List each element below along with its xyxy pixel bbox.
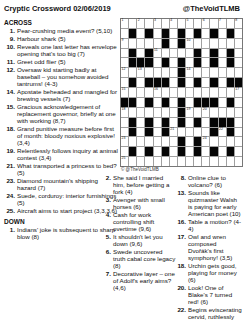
white-cell[interactable]: 1 bbox=[121, 19, 128, 28]
clue-text: Reveals one last letter has envelope ope… bbox=[17, 43, 118, 57]
white-cell[interactable] bbox=[137, 49, 144, 58]
white-cell[interactable] bbox=[194, 128, 201, 137]
white-cell[interactable] bbox=[186, 128, 193, 137]
white-cell[interactable] bbox=[162, 19, 169, 28]
white-cell[interactable] bbox=[227, 68, 234, 77]
black-cell bbox=[121, 98, 128, 107]
black-cell bbox=[145, 98, 152, 107]
clue-down-3: 3.Avenger with small horses (6) bbox=[103, 196, 176, 210]
clue-number: 10 bbox=[187, 39, 191, 43]
clue-text: Pear-crushing media event? (5,10) bbox=[17, 27, 118, 34]
clue-list-number: 12. bbox=[4, 66, 15, 87]
black-cell bbox=[162, 39, 169, 48]
white-cell[interactable] bbox=[235, 29, 242, 38]
white-cell[interactable] bbox=[202, 147, 209, 156]
white-cell[interactable] bbox=[210, 39, 217, 48]
clue-number: 15 bbox=[122, 88, 126, 92]
page-title: Cryptic Crossword 02/06/2019 bbox=[4, 4, 111, 13]
clue-down-18: 18.Urchin gets good, playing for money (… bbox=[177, 262, 242, 283]
clue-down-5: 5.It shouldn't let you down (9,6) bbox=[103, 233, 176, 247]
clue-number: 4 bbox=[170, 19, 172, 23]
white-cell[interactable] bbox=[154, 58, 161, 67]
clue-list-number: 24. bbox=[4, 192, 15, 206]
clue-down-8: 8.Online clue to volcano? (6) bbox=[177, 174, 242, 188]
clue-across-12: 12.Oversaw kid starting badly at basebal… bbox=[4, 66, 118, 87]
clue-text: Grand punitive measure before first of m… bbox=[17, 125, 118, 146]
white-cell[interactable] bbox=[210, 19, 217, 28]
black-cell bbox=[178, 147, 185, 156]
down-heading: DOWN bbox=[4, 218, 118, 225]
clue-down-16: 16.Table a motion? (4-4) bbox=[177, 218, 242, 232]
black-cell bbox=[145, 147, 152, 156]
clue-text: Oversaw kid starting badly at baseball –… bbox=[17, 66, 118, 87]
white-cell[interactable] bbox=[235, 49, 242, 58]
clue-across-11: 11.Greet odd flier (5) bbox=[4, 58, 118, 65]
white-cell[interactable] bbox=[154, 137, 161, 146]
clue-text: Table a motion? (4-4) bbox=[188, 218, 242, 232]
clue-text: Urchin gets good, playing for money (6) bbox=[188, 262, 242, 283]
white-cell[interactable] bbox=[154, 68, 161, 77]
clue-text: Look! One of Blake's 7 turned red! (6) bbox=[188, 284, 242, 305]
clue-number: 14 bbox=[187, 68, 191, 72]
white-cell[interactable] bbox=[186, 78, 193, 87]
white-cell[interactable] bbox=[219, 49, 226, 58]
black-cell bbox=[129, 98, 136, 107]
white-cell[interactable] bbox=[137, 29, 144, 38]
clue-down-22: 22.Begins eviscerating cervid, ruthlessl… bbox=[177, 306, 242, 320]
white-cell[interactable] bbox=[210, 108, 217, 117]
white-cell[interactable]: 7 bbox=[219, 19, 226, 28]
clue-number: 13 bbox=[138, 68, 142, 72]
black-cell bbox=[219, 118, 226, 127]
white-cell[interactable] bbox=[129, 88, 136, 97]
clue-list-number: 13. bbox=[177, 189, 186, 217]
copyright-note: © @TheVoidTLMB bbox=[121, 167, 159, 172]
clue-down-1: 1.Indians' joke is subsequent to sharp b… bbox=[4, 226, 118, 240]
black-cell bbox=[210, 78, 217, 87]
white-cell[interactable] bbox=[219, 39, 226, 48]
clue-list-number: 16. bbox=[177, 218, 186, 232]
white-cell[interactable]: 21 bbox=[170, 128, 177, 137]
black-cell bbox=[194, 78, 201, 87]
white-cell[interactable] bbox=[194, 39, 201, 48]
white-cell[interactable] bbox=[186, 118, 193, 127]
black-cell bbox=[227, 118, 234, 127]
white-cell[interactable] bbox=[121, 49, 128, 58]
white-cell[interactable] bbox=[145, 108, 152, 117]
white-cell[interactable] bbox=[121, 29, 128, 38]
clue-number: 18 bbox=[122, 108, 126, 112]
white-cell[interactable]: 6 bbox=[202, 19, 209, 28]
white-cell[interactable] bbox=[154, 147, 161, 156]
black-cell bbox=[129, 58, 136, 67]
white-cell[interactable] bbox=[235, 39, 242, 48]
white-cell[interactable] bbox=[186, 49, 193, 58]
black-cell bbox=[145, 49, 152, 58]
white-cell[interactable] bbox=[202, 88, 209, 97]
white-cell[interactable] bbox=[219, 137, 226, 146]
black-cell bbox=[129, 78, 136, 87]
clue-number: 12 bbox=[122, 68, 126, 72]
clue-number: 5 bbox=[187, 19, 189, 23]
white-cell[interactable] bbox=[154, 108, 161, 117]
clue-text: Relentlessly follows inquiry at animal c… bbox=[17, 147, 118, 161]
white-cell[interactable]: 10 bbox=[186, 39, 193, 48]
black-cell bbox=[162, 58, 169, 67]
clue-number: 1 bbox=[122, 19, 124, 23]
white-cell[interactable] bbox=[137, 108, 144, 117]
clue-across-19: 19.Relentlessly follows inquiry at anima… bbox=[4, 147, 118, 161]
clue-number: 19 bbox=[187, 108, 191, 112]
white-cell[interactable] bbox=[137, 137, 144, 146]
white-cell[interactable] bbox=[194, 68, 201, 77]
white-cell[interactable] bbox=[170, 49, 177, 58]
clue-list-number: 20. bbox=[177, 284, 186, 305]
white-cell[interactable] bbox=[227, 137, 234, 146]
black-cell bbox=[145, 78, 152, 87]
white-cell[interactable]: 12 bbox=[121, 68, 128, 77]
white-cell[interactable] bbox=[219, 78, 226, 87]
white-cell[interactable] bbox=[178, 49, 185, 58]
white-cell[interactable] bbox=[227, 19, 234, 28]
author-handle: @TheVoidTLMB bbox=[183, 4, 240, 13]
clue-number: 16 bbox=[154, 88, 158, 92]
white-cell[interactable] bbox=[235, 118, 242, 127]
white-cell[interactable] bbox=[186, 98, 193, 107]
white-cell[interactable] bbox=[137, 147, 144, 156]
white-cell[interactable] bbox=[170, 29, 177, 38]
white-cell[interactable] bbox=[186, 157, 193, 166]
clue-number: 2 bbox=[138, 19, 140, 23]
white-cell[interactable] bbox=[121, 58, 128, 67]
black-cell bbox=[194, 118, 201, 127]
white-cell[interactable] bbox=[202, 49, 209, 58]
black-cell bbox=[162, 118, 169, 127]
black-cell bbox=[178, 118, 185, 127]
clue-text: Greet odd flier (5) bbox=[17, 58, 118, 65]
white-cell[interactable] bbox=[137, 88, 144, 97]
black-cell bbox=[178, 39, 185, 48]
white-cell[interactable] bbox=[186, 88, 193, 97]
white-cell[interactable]: 2 bbox=[137, 19, 144, 28]
clue-list-number: 4. bbox=[103, 211, 111, 232]
white-cell[interactable] bbox=[235, 58, 242, 67]
white-cell[interactable] bbox=[154, 157, 161, 166]
clue-list-number: 3. bbox=[103, 196, 111, 210]
black-cell bbox=[210, 98, 217, 107]
white-cell[interactable]: 24 bbox=[202, 137, 209, 146]
white-cell[interactable] bbox=[145, 39, 152, 48]
white-cell[interactable] bbox=[137, 39, 144, 48]
white-cell[interactable] bbox=[219, 29, 226, 38]
black-cell bbox=[227, 128, 234, 137]
black-cell bbox=[227, 147, 234, 156]
white-cell[interactable]: 22 bbox=[219, 128, 226, 137]
white-cell[interactable] bbox=[137, 157, 144, 166]
clue-list-number: 10. bbox=[4, 43, 15, 57]
white-cell[interactable]: 17 bbox=[235, 88, 242, 97]
white-cell[interactable] bbox=[219, 157, 226, 166]
black-cell bbox=[210, 118, 217, 127]
clue-text: Avenger with small horses (6) bbox=[113, 196, 176, 210]
black-cell bbox=[145, 58, 152, 67]
clue-number: 11 bbox=[154, 49, 158, 53]
clue-list-number: 8. bbox=[177, 174, 186, 188]
crossword-grid: 1234567891011121314151617181920212223242… bbox=[120, 18, 243, 167]
white-cell[interactable] bbox=[235, 157, 242, 166]
white-cell[interactable] bbox=[202, 118, 209, 127]
white-cell[interactable] bbox=[145, 19, 152, 28]
clue-list-number: 14. bbox=[4, 88, 15, 102]
white-cell[interactable] bbox=[162, 49, 169, 58]
black-cell bbox=[129, 128, 136, 137]
white-cell[interactable] bbox=[178, 128, 185, 137]
clue-number: 25 bbox=[122, 157, 126, 161]
white-cell[interactable] bbox=[170, 157, 177, 166]
black-cell bbox=[129, 49, 136, 58]
white-cell[interactable] bbox=[186, 58, 193, 67]
down-clues-column-middle: 2.She said I married him, before getting… bbox=[103, 174, 176, 292]
white-cell[interactable] bbox=[121, 128, 128, 137]
black-cell bbox=[145, 29, 152, 38]
black-cell bbox=[178, 137, 185, 146]
white-cell[interactable]: 5 bbox=[186, 19, 193, 28]
white-cell[interactable] bbox=[219, 88, 226, 97]
clue-across-18: 18.Grand punitive measure before first o… bbox=[4, 125, 118, 146]
white-cell[interactable] bbox=[227, 88, 234, 97]
white-cell[interactable]: 18 bbox=[121, 108, 128, 117]
white-cell[interactable] bbox=[219, 58, 226, 67]
white-cell[interactable]: 13 bbox=[137, 68, 144, 77]
black-cell bbox=[194, 58, 201, 67]
black-cell bbox=[162, 98, 169, 107]
white-cell[interactable] bbox=[162, 88, 169, 97]
white-cell[interactable] bbox=[121, 147, 128, 156]
white-cell[interactable] bbox=[186, 137, 193, 146]
white-cell[interactable] bbox=[219, 68, 226, 77]
clue-text: She said I married him, before getting a… bbox=[113, 174, 176, 195]
white-cell[interactable] bbox=[137, 118, 144, 127]
white-cell[interactable] bbox=[210, 68, 217, 77]
clue-list-number: 7. bbox=[103, 270, 111, 291]
clue-down-17: 17.Owl and wren composed Dvořák's first … bbox=[177, 233, 242, 261]
clue-number: 24 bbox=[203, 137, 207, 141]
clue-text: Online clue to volcano? (6) bbox=[188, 174, 242, 188]
black-cell bbox=[227, 78, 234, 87]
white-cell[interactable] bbox=[162, 68, 169, 77]
down-clue-list-left: 1.Indians' joke is subsequent to sharp b… bbox=[4, 226, 118, 240]
white-cell[interactable] bbox=[202, 68, 209, 77]
white-cell[interactable] bbox=[178, 88, 185, 97]
clue-across-1: 1.Pear-crushing media event? (5,10) bbox=[4, 27, 118, 34]
clue-text: Apostate beheaded and mangled for brewin… bbox=[17, 88, 118, 102]
clue-across-24: 24.Suede, corduroy: interior furnishings… bbox=[4, 192, 118, 206]
white-cell[interactable] bbox=[121, 118, 128, 127]
black-cell bbox=[194, 29, 201, 38]
clue-list-number: 1. bbox=[4, 27, 15, 34]
white-cell[interactable] bbox=[227, 39, 234, 48]
white-cell[interactable] bbox=[170, 39, 177, 48]
clue-number: 22 bbox=[219, 128, 223, 132]
white-cell[interactable] bbox=[129, 68, 136, 77]
white-cell[interactable] bbox=[129, 39, 136, 48]
clue-across-21: 21.What transported a princess to bed? (… bbox=[4, 162, 118, 176]
white-cell[interactable]: 11 bbox=[154, 49, 161, 58]
white-cell[interactable]: 25 bbox=[121, 157, 128, 166]
white-cell[interactable] bbox=[202, 29, 209, 38]
white-cell[interactable] bbox=[194, 157, 201, 166]
black-cell bbox=[194, 49, 201, 58]
black-cell bbox=[145, 118, 152, 127]
white-cell[interactable] bbox=[202, 128, 209, 137]
white-cell[interactable] bbox=[162, 157, 169, 166]
black-cell bbox=[178, 78, 185, 87]
white-cell[interactable] bbox=[137, 128, 144, 137]
black-cell bbox=[178, 68, 185, 77]
white-cell[interactable] bbox=[210, 88, 217, 97]
white-cell[interactable] bbox=[178, 157, 185, 166]
clue-text: It shouldn't let you down (9,6) bbox=[113, 233, 176, 247]
clue-list-number: 1. bbox=[4, 226, 15, 240]
white-cell[interactable] bbox=[178, 19, 185, 28]
white-cell[interactable] bbox=[227, 157, 234, 166]
white-cell[interactable] bbox=[235, 98, 242, 107]
white-cell[interactable]: 9 bbox=[121, 39, 128, 48]
black-cell bbox=[210, 58, 217, 67]
white-cell[interactable] bbox=[129, 19, 136, 28]
black-cell bbox=[227, 29, 234, 38]
white-cell[interactable] bbox=[145, 137, 152, 146]
clue-across-25: 25.Aircraft aims to start project (3,3,3… bbox=[4, 207, 118, 214]
black-cell bbox=[129, 29, 136, 38]
white-cell[interactable] bbox=[170, 108, 177, 117]
white-cell[interactable] bbox=[219, 108, 226, 117]
black-cell bbox=[227, 58, 234, 67]
white-cell[interactable] bbox=[145, 88, 152, 97]
clue-across-14: 14.Apostate beheaded and mangled for bre… bbox=[4, 88, 118, 102]
clue-list-number: 22. bbox=[177, 306, 186, 320]
black-cell bbox=[202, 98, 209, 107]
white-cell[interactable] bbox=[137, 98, 144, 107]
white-cell[interactable] bbox=[219, 98, 226, 107]
white-cell[interactable] bbox=[154, 39, 161, 48]
white-cell[interactable] bbox=[154, 118, 161, 127]
white-cell[interactable] bbox=[194, 88, 201, 97]
clue-text: Cash for work controlling shift overtime… bbox=[113, 211, 176, 232]
clue-number: 23 bbox=[122, 137, 126, 141]
clue-number: 7 bbox=[219, 19, 221, 23]
clue-text: Gracious acknowledgement of replacement … bbox=[17, 103, 118, 124]
white-cell[interactable] bbox=[129, 157, 136, 166]
clue-across-10: 10.Reveals one last letter has envelope … bbox=[4, 43, 118, 57]
white-cell[interactable] bbox=[154, 29, 161, 38]
white-cell[interactable] bbox=[145, 157, 152, 166]
black-cell bbox=[227, 98, 234, 107]
white-cell[interactable] bbox=[170, 78, 177, 87]
white-cell[interactable] bbox=[121, 78, 128, 87]
white-cell[interactable]: 19 bbox=[186, 108, 193, 117]
white-cell[interactable]: 16 bbox=[154, 88, 161, 97]
white-cell[interactable] bbox=[227, 108, 234, 117]
white-cell[interactable] bbox=[162, 108, 169, 117]
clue-across-23: 23.Diamond mountain's shipping hazard (7… bbox=[4, 177, 118, 191]
clue-list-number: 9. bbox=[4, 35, 15, 42]
white-cell[interactable] bbox=[210, 157, 217, 166]
clue-down-20: 20.Look! One of Blake's 7 turned red! (6… bbox=[177, 284, 242, 305]
black-cell bbox=[129, 147, 136, 156]
clue-text: Harbour shark (5) bbox=[17, 35, 118, 42]
white-cell[interactable] bbox=[202, 157, 209, 166]
white-cell[interactable]: 4 bbox=[170, 19, 177, 28]
black-cell bbox=[137, 58, 144, 67]
clue-list-number: 23. bbox=[4, 177, 15, 191]
white-cell[interactable] bbox=[186, 147, 193, 156]
clue-list-number: 15. bbox=[4, 103, 15, 124]
white-cell[interactable] bbox=[235, 137, 242, 146]
white-cell[interactable] bbox=[170, 147, 177, 156]
white-cell[interactable] bbox=[162, 137, 169, 146]
clue-text: Sounds like quizmaster Walsh is paying f… bbox=[188, 189, 242, 217]
black-cell bbox=[162, 78, 169, 87]
white-cell[interactable] bbox=[170, 68, 177, 77]
clue-list-number: 2. bbox=[103, 174, 111, 195]
white-cell[interactable]: 20 bbox=[202, 108, 209, 117]
white-cell[interactable] bbox=[202, 58, 209, 67]
white-cell[interactable] bbox=[154, 98, 161, 107]
white-cell[interactable] bbox=[219, 147, 226, 156]
white-cell[interactable]: 15 bbox=[121, 88, 128, 97]
white-cell[interactable] bbox=[235, 147, 242, 156]
white-cell[interactable] bbox=[170, 98, 177, 107]
clue-list-number: 5. bbox=[103, 233, 111, 247]
white-cell[interactable] bbox=[137, 78, 144, 87]
white-cell[interactable] bbox=[210, 137, 217, 146]
clue-number: 17 bbox=[235, 88, 239, 92]
clue-list-number: 11. bbox=[4, 58, 15, 65]
white-cell[interactable] bbox=[170, 118, 177, 127]
white-cell[interactable] bbox=[235, 128, 242, 137]
white-cell[interactable] bbox=[202, 78, 209, 87]
white-cell[interactable] bbox=[170, 58, 177, 67]
white-cell[interactable] bbox=[129, 137, 136, 146]
white-cell[interactable] bbox=[235, 68, 242, 77]
clue-down-4: 4.Cash for work controlling shift overti… bbox=[103, 211, 176, 232]
white-cell[interactable] bbox=[186, 29, 193, 38]
white-cell[interactable] bbox=[194, 108, 201, 117]
black-cell bbox=[178, 98, 185, 107]
black-cell bbox=[227, 49, 234, 58]
white-cell[interactable] bbox=[154, 128, 161, 137]
clue-number: 20 bbox=[203, 108, 207, 112]
black-cell bbox=[162, 29, 169, 38]
white-cell[interactable] bbox=[129, 108, 136, 117]
black-cell bbox=[154, 78, 161, 87]
white-cell[interactable] bbox=[170, 88, 177, 97]
black-cell bbox=[194, 98, 201, 107]
white-cell[interactable] bbox=[202, 39, 209, 48]
white-cell[interactable] bbox=[235, 108, 242, 117]
white-cell[interactable] bbox=[145, 68, 152, 77]
clue-number: 8 bbox=[235, 19, 237, 23]
black-cell bbox=[235, 78, 242, 87]
white-cell[interactable] bbox=[170, 137, 177, 146]
white-cell[interactable]: 23 bbox=[121, 137, 128, 146]
clue-list-number: 17. bbox=[177, 233, 186, 261]
white-cell[interactable] bbox=[194, 19, 201, 28]
white-cell[interactable]: 3 bbox=[154, 19, 161, 28]
white-cell[interactable]: 14 bbox=[186, 68, 193, 77]
white-cell[interactable]: 8 bbox=[235, 19, 242, 28]
